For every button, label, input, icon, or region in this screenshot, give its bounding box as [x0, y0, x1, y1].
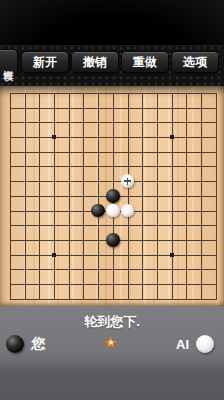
player-you: 您	[6, 333, 45, 355]
black-stone	[106, 233, 120, 247]
star-point	[170, 135, 174, 139]
black-stone	[106, 189, 120, 203]
players-row: 您 ★ ★ AI	[0, 333, 224, 355]
black-stone-icon	[6, 335, 24, 353]
white-stone-last-move	[121, 174, 135, 188]
star-point	[170, 253, 174, 257]
white-stone-icon	[196, 335, 214, 353]
star-point	[52, 135, 56, 139]
undo-move-button-partial[interactable]: 悔棋	[0, 49, 18, 76]
undo-move-label: 悔棋	[3, 62, 13, 64]
gomoku-app: 悔棋 新开 撤销 重做 选项 轮到您下. 您 ★ ★ AI	[0, 0, 224, 400]
toolbar: 悔棋 新开 撤销 重做 选项	[0, 45, 224, 86]
star-icon: ★ ★	[103, 334, 121, 352]
gomoku-board[interactable]	[0, 86, 224, 306]
options-button[interactable]: 选项	[171, 51, 219, 73]
you-label: 您	[31, 335, 45, 353]
undo-button[interactable]: 撤销	[71, 51, 119, 73]
last-move-marker	[127, 178, 129, 185]
black-stone	[91, 204, 105, 218]
white-stone	[106, 204, 120, 218]
player-ai: AI	[176, 333, 214, 355]
redo-button[interactable]: 重做	[121, 51, 169, 73]
star-point	[52, 253, 56, 257]
white-stone	[121, 204, 135, 218]
turn-message: 轮到您下.	[0, 313, 224, 331]
top-banner	[0, 0, 224, 45]
status-panel: 轮到您下. 您 ★ ★ AI	[0, 306, 224, 400]
ai-label: AI	[176, 337, 189, 352]
stone-layer[interactable]	[3, 86, 223, 306]
new-game-button[interactable]: 新开	[21, 51, 69, 73]
